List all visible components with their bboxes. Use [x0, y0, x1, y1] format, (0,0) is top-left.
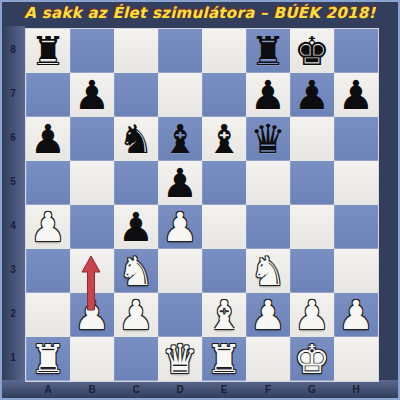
square-a6[interactable]: ♟ [26, 117, 70, 161]
piece-white-rook[interactable]: ♜ [30, 337, 66, 381]
square-b7[interactable]: ♟ [70, 73, 114, 117]
square-e7[interactable] [202, 73, 246, 117]
piece-white-pawn[interactable]: ♟ [74, 293, 110, 337]
piece-white-pawn[interactable]: ♟ [338, 293, 374, 337]
chess-app-window: A sakk az Élet szimulátora – BÚÉK 2018! … [0, 0, 400, 400]
rank-label-7: 7 [4, 72, 22, 116]
square-e3[interactable] [202, 249, 246, 293]
square-b3[interactable] [70, 249, 114, 293]
piece-white-pawn[interactable]: ♟ [30, 205, 66, 249]
square-d8[interactable] [158, 29, 202, 73]
square-e5[interactable] [202, 161, 246, 205]
square-h2[interactable]: ♟ [334, 293, 378, 337]
square-d6[interactable]: ♝ [158, 117, 202, 161]
piece-black-pawn[interactable]: ♟ [30, 117, 66, 161]
square-g2[interactable]: ♟ [290, 293, 334, 337]
piece-black-pawn[interactable]: ♟ [118, 205, 154, 249]
piece-white-knight[interactable]: ♞ [118, 249, 154, 293]
piece-black-queen[interactable]: ♛ [250, 117, 286, 161]
piece-white-pawn[interactable]: ♟ [250, 293, 286, 337]
square-g1[interactable]: ♚ [290, 337, 334, 381]
square-g6[interactable] [290, 117, 334, 161]
file-label-b: B [70, 382, 114, 397]
piece-white-pawn[interactable]: ♟ [118, 293, 154, 337]
piece-black-pawn[interactable]: ♟ [250, 73, 286, 117]
piece-white-knight[interactable]: ♞ [250, 249, 286, 293]
square-f8[interactable]: ♜ [246, 29, 290, 73]
square-f5[interactable] [246, 161, 290, 205]
square-a3[interactable] [26, 249, 70, 293]
piece-black-rook[interactable]: ♜ [30, 29, 66, 73]
piece-black-pawn[interactable]: ♟ [162, 161, 198, 205]
rank-label-2: 2 [4, 292, 22, 336]
square-e2[interactable]: ♝ [202, 293, 246, 337]
piece-black-rook[interactable]: ♜ [250, 29, 286, 73]
rank-label-1: 1 [4, 336, 22, 380]
square-d2[interactable] [158, 293, 202, 337]
square-a1[interactable]: ♜ [26, 337, 70, 381]
square-g3[interactable] [290, 249, 334, 293]
square-c5[interactable] [114, 161, 158, 205]
square-h1[interactable] [334, 337, 378, 381]
square-c6[interactable]: ♞ [114, 117, 158, 161]
square-a5[interactable] [26, 161, 70, 205]
file-label-c: C [114, 382, 158, 397]
square-f7[interactable]: ♟ [246, 73, 290, 117]
square-h6[interactable] [334, 117, 378, 161]
square-a4[interactable]: ♟ [26, 205, 70, 249]
piece-black-king[interactable]: ♚ [294, 29, 330, 73]
rank-label-3: 3 [4, 248, 22, 292]
piece-white-king[interactable]: ♚ [294, 337, 330, 381]
square-b6[interactable] [70, 117, 114, 161]
square-e1[interactable]: ♜ [202, 337, 246, 381]
board: ♜♜♚♟♟♟♟♟♞♝♝♛♟♟♟♟♞♞♟♟♝♟♟♟♜♛♜♚ [25, 28, 379, 382]
square-g8[interactable]: ♚ [290, 29, 334, 73]
square-c2[interactable]: ♟ [114, 293, 158, 337]
square-h4[interactable] [334, 205, 378, 249]
piece-white-queen[interactable]: ♛ [162, 337, 198, 381]
square-h7[interactable]: ♟ [334, 73, 378, 117]
square-f3[interactable]: ♞ [246, 249, 290, 293]
file-label-f: F [246, 382, 290, 397]
square-d1[interactable]: ♛ [158, 337, 202, 381]
file-label-a: A [26, 382, 70, 397]
square-b1[interactable] [70, 337, 114, 381]
piece-black-bishop[interactable]: ♝ [162, 117, 198, 161]
rank-label-6: 6 [4, 116, 22, 160]
square-h8[interactable] [334, 29, 378, 73]
rank-label-8: 8 [4, 28, 22, 72]
square-h3[interactable] [334, 249, 378, 293]
piece-white-bishop[interactable]: ♝ [206, 293, 242, 337]
rank-label-5: 5 [4, 160, 22, 204]
page-title: A sakk az Élet szimulátora – BÚÉK 2018! [2, 4, 398, 22]
square-c4[interactable]: ♟ [114, 205, 158, 249]
piece-white-pawn[interactable]: ♟ [162, 205, 198, 249]
square-d7[interactable] [158, 73, 202, 117]
piece-white-pawn[interactable]: ♟ [294, 293, 330, 337]
square-e6[interactable]: ♝ [202, 117, 246, 161]
file-label-h: H [334, 382, 378, 397]
square-a8[interactable]: ♜ [26, 29, 70, 73]
square-f6[interactable]: ♛ [246, 117, 290, 161]
square-b8[interactable] [70, 29, 114, 73]
square-f1[interactable] [246, 337, 290, 381]
square-a2[interactable] [26, 293, 70, 337]
square-c1[interactable] [114, 337, 158, 381]
rank-label-4: 4 [4, 204, 22, 248]
square-d5[interactable]: ♟ [158, 161, 202, 205]
square-h5[interactable] [334, 161, 378, 205]
square-e8[interactable] [202, 29, 246, 73]
square-f4[interactable] [246, 205, 290, 249]
piece-white-rook[interactable]: ♜ [206, 337, 242, 381]
square-c8[interactable] [114, 29, 158, 73]
square-d3[interactable] [158, 249, 202, 293]
square-c3[interactable]: ♞ [114, 249, 158, 293]
square-b5[interactable] [70, 161, 114, 205]
square-d4[interactable]: ♟ [158, 205, 202, 249]
piece-black-pawn[interactable]: ♟ [74, 73, 110, 117]
piece-black-knight[interactable]: ♞ [118, 117, 154, 161]
piece-black-bishop[interactable]: ♝ [206, 117, 242, 161]
file-label-d: D [158, 382, 202, 397]
square-f2[interactable]: ♟ [246, 293, 290, 337]
square-b2[interactable]: ♟ [70, 293, 114, 337]
file-label-g: G [290, 382, 334, 397]
piece-black-pawn[interactable]: ♟ [338, 73, 374, 117]
square-e4[interactable] [202, 205, 246, 249]
square-c7[interactable] [114, 73, 158, 117]
square-g5[interactable] [290, 161, 334, 205]
square-b4[interactable] [70, 205, 114, 249]
square-g7[interactable]: ♟ [290, 73, 334, 117]
piece-black-pawn[interactable]: ♟ [294, 73, 330, 117]
square-a7[interactable] [26, 73, 70, 117]
file-label-e: E [202, 382, 246, 397]
square-g4[interactable] [290, 205, 334, 249]
